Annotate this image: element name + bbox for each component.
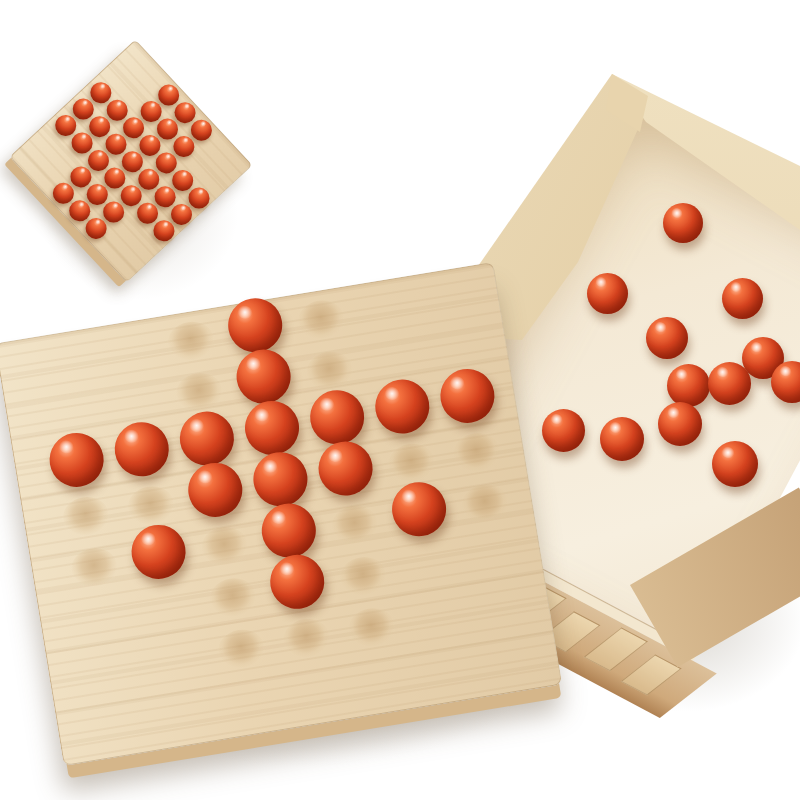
marble: [176, 408, 238, 470]
demo-board-grid: [12, 44, 249, 281]
marble: [388, 478, 450, 540]
marble: [184, 459, 246, 521]
demo-board: [9, 39, 252, 282]
dovetail-joint: [584, 627, 648, 671]
hole: [207, 575, 259, 620]
marble: [128, 521, 190, 583]
dovetail-joint: [621, 654, 682, 695]
hole: [174, 370, 226, 415]
marble: [315, 438, 377, 500]
hole: [125, 483, 177, 528]
product-photo-scene: [0, 0, 800, 800]
marble: [233, 346, 295, 408]
hole: [165, 318, 217, 363]
hole: [459, 481, 511, 526]
main-board-grid: [24, 267, 539, 701]
marble: [241, 397, 303, 459]
hole: [346, 605, 398, 650]
hole: [329, 502, 381, 547]
hole: [216, 626, 268, 671]
hole: [199, 524, 251, 569]
marble: [224, 294, 286, 356]
hole: [60, 494, 112, 539]
hole: [295, 297, 347, 342]
main-board: [0, 262, 562, 766]
marble: [46, 429, 108, 491]
hole: [68, 545, 120, 590]
hole: [451, 430, 503, 475]
hole: [281, 616, 333, 661]
marble: [306, 386, 368, 448]
marble: [436, 365, 498, 427]
marble: [258, 500, 320, 562]
marble: [266, 551, 328, 613]
marble: [371, 376, 433, 438]
hole: [386, 440, 438, 485]
hole: [337, 554, 389, 599]
marble: [111, 418, 173, 480]
hole: [304, 348, 356, 393]
marble: [249, 448, 311, 510]
